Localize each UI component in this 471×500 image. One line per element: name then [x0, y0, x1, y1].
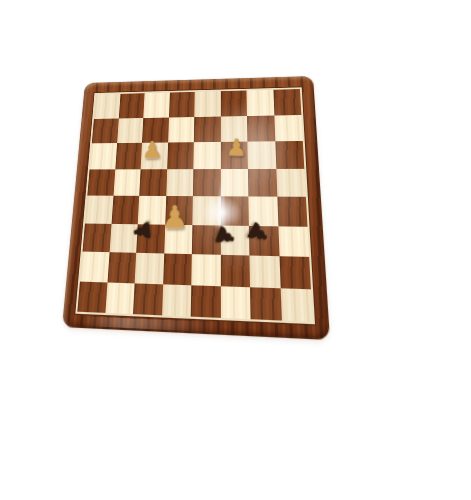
- piece-white-pawn-d3: ♟: [162, 201, 189, 233]
- chess-board: ♟♟♟♟♟♟: [62, 76, 330, 340]
- piece-white-pawn-f6: ♟: [226, 136, 247, 159]
- board-field: ♟♟♟♟♟♟: [75, 87, 315, 324]
- piece-black-pawn-g3: ♟: [241, 216, 273, 250]
- piece-black-pawn-e3: ♟: [211, 221, 240, 252]
- piece-black-pawn-c3: ♟: [130, 218, 154, 245]
- piece-white-pawn-c6: ♟: [142, 138, 163, 162]
- product-photo-canvas: ♟♟♟♟♟♟: [0, 0, 471, 500]
- pieces-layer: ♟♟♟♟♟♟: [77, 89, 312, 322]
